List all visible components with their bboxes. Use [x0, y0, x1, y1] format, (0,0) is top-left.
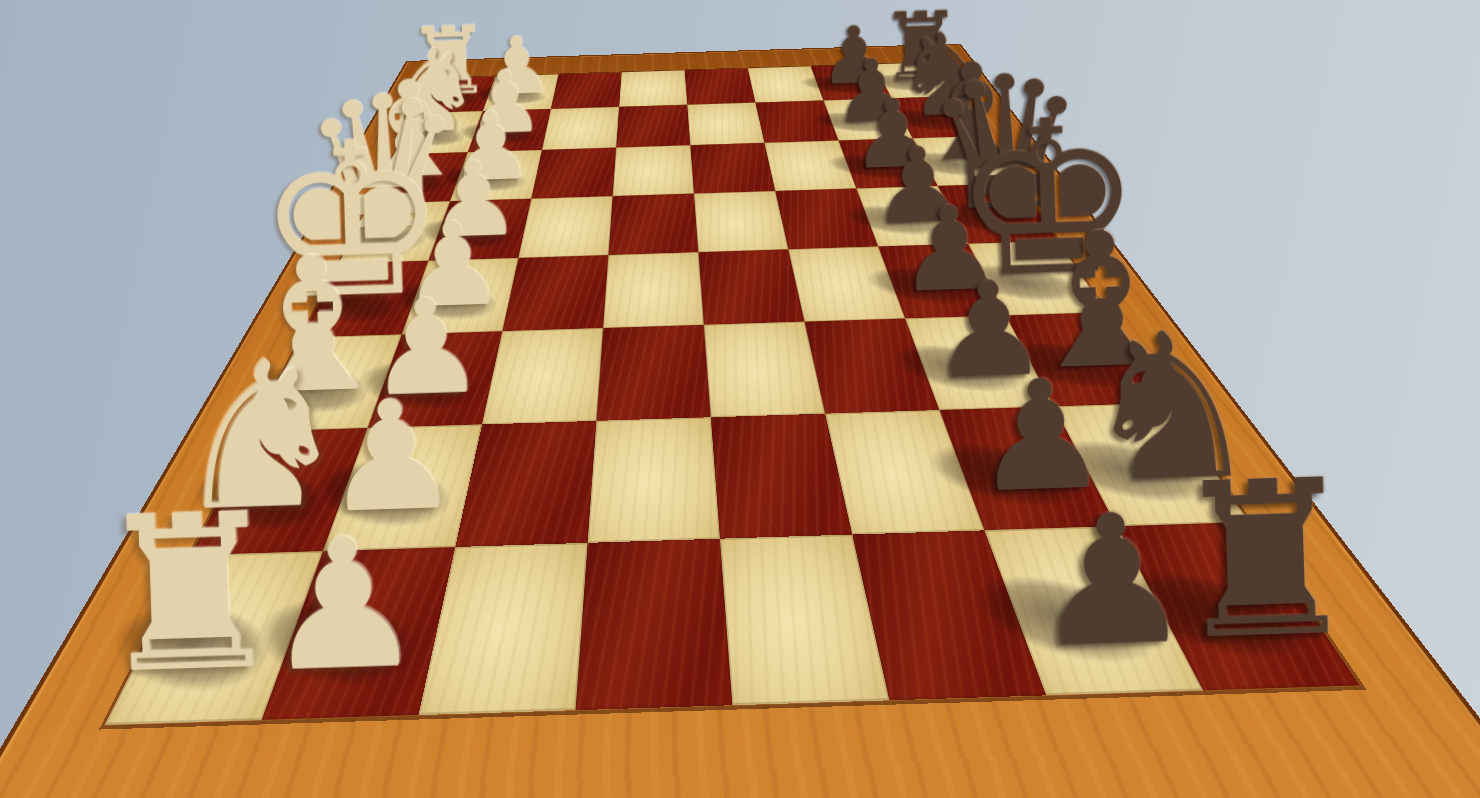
wood-grain	[576, 539, 733, 710]
wood-grain	[588, 417, 720, 543]
wood-grain	[698, 249, 804, 325]
square-a4[interactable]	[619, 70, 687, 107]
square-e6[interactable]	[788, 247, 905, 322]
square-e5[interactable]	[698, 249, 804, 325]
wood-grain	[502, 255, 608, 331]
background: ♜♟♟♜♞♟♟♞♝♟♟♝♛♟♟♛♚♟♟♚♝♟♟♝♞♟♟♞♜♟♟♜	[0, 0, 1480, 798]
square-d5[interactable]	[694, 191, 788, 252]
white-rook-h1[interactable]: ♜	[90, 484, 288, 704]
perspective-scene: ♜♟♟♜♞♟♟♞♝♟♟♝♛♟♟♛♚♟♟♚♝♟♟♝♞♟♟♞♜♟♟♜	[0, 0, 1480, 798]
square-b3[interactable]	[542, 107, 619, 150]
wood-grain	[616, 105, 690, 148]
wood-grain	[608, 194, 698, 255]
square-c4[interactable]	[613, 145, 694, 196]
wood-grain	[711, 414, 852, 539]
wood-grain	[551, 72, 622, 109]
wood-grain	[619, 70, 687, 107]
square-e3[interactable]	[502, 255, 608, 331]
wood-grain	[613, 145, 694, 196]
square-b4[interactable]	[616, 105, 690, 148]
wood-grain	[518, 196, 612, 258]
wood-grain	[694, 191, 788, 252]
square-d4[interactable]	[608, 194, 698, 255]
square-h4[interactable]	[576, 539, 733, 710]
wood-grain	[603, 252, 704, 328]
chess-board: ♜♟♟♜♞♟♟♞♝♟♟♝♛♟♟♛♚♟♟♚♝♟♟♝♞♟♟♞♜♟♟♜	[0, 44, 1480, 798]
wood-grain	[788, 247, 905, 322]
wood-grain	[687, 103, 764, 146]
square-e4[interactable]	[603, 252, 704, 328]
square-g5[interactable]	[711, 414, 852, 539]
white-pawn-h2[interactable]: ♟	[260, 514, 426, 698]
wood-grain	[542, 107, 619, 150]
square-a3[interactable]	[551, 72, 622, 109]
board-grid: ♜♟♟♜♞♟♟♞♝♟♟♝♛♟♟♛♚♟♟♚♝♟♟♝♞♟♟♞♜♟♟♜	[105, 62, 1360, 725]
square-d3[interactable]	[518, 196, 612, 258]
square-g4[interactable]	[588, 417, 720, 543]
square-b5[interactable]	[687, 103, 764, 146]
black-rook-h8[interactable]: ♜	[1167, 450, 1365, 670]
